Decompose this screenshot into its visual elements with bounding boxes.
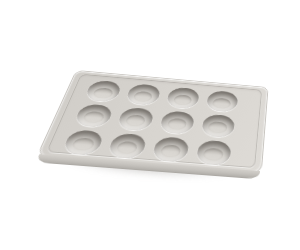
muffin-cup [62,129,105,156]
muffin-pan [36,70,268,174]
cup-cell [101,130,153,161]
cup-floor [159,144,181,158]
cup-cell [111,105,160,134]
cup-floor [124,114,146,126]
cup-cell [195,112,240,141]
cup-cell [200,88,243,115]
muffin-cup [116,107,155,131]
cup-floor [92,87,114,99]
cup-floor [133,90,154,102]
muffin-cup [84,80,123,103]
cup-floor [116,141,139,155]
muffin-cup [159,110,196,134]
muffin-cup [74,103,115,127]
muffin-cup [200,114,235,138]
cup-floor [173,94,193,106]
cup-floor [82,111,105,124]
muffin-cup [107,132,148,159]
cup-cell [153,108,200,137]
cup-cell [190,137,237,168]
muffin-cup [205,90,238,113]
cup-cell [146,134,196,165]
cup-grid [56,78,243,168]
cup-cell [160,85,205,112]
muffin-cup [165,87,200,110]
muffin-cup [195,139,232,165]
cup-floor [166,118,187,130]
muffin-cup [151,136,190,162]
cup-floor [212,97,231,109]
cup-floor [71,137,96,151]
muffin-cup [125,84,162,107]
product-photo-muffin-pan [0,0,300,250]
cup-floor [203,147,224,160]
cup-floor [208,121,228,133]
cup-cell [120,82,167,109]
